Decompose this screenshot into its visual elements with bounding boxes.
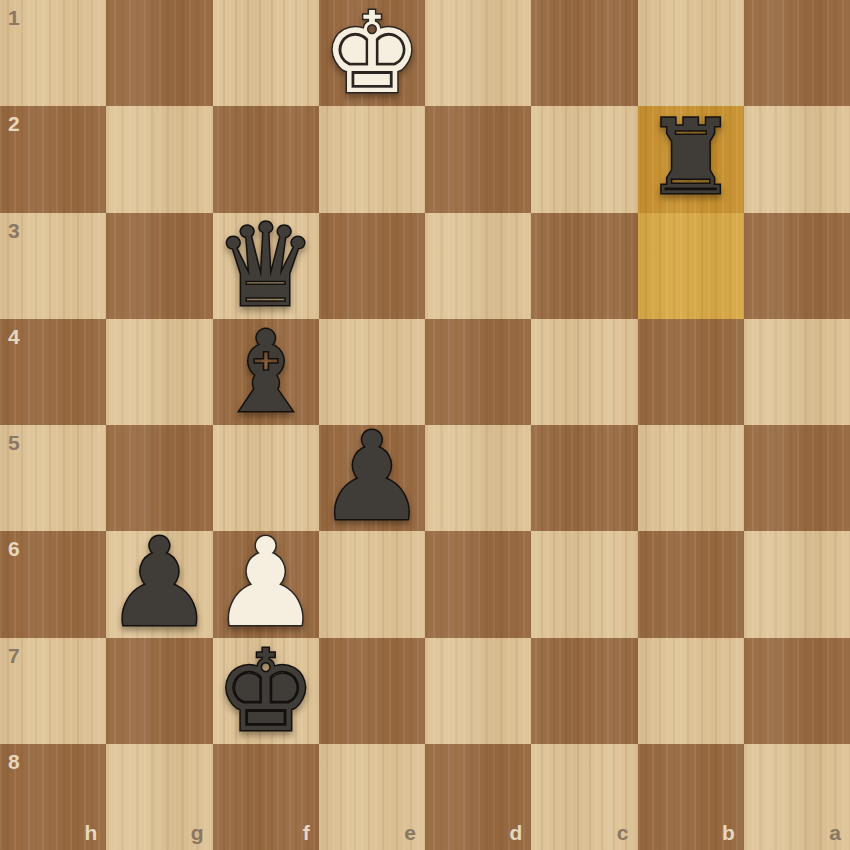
square-a7[interactable]: [744, 638, 850, 744]
square-b4[interactable]: [638, 319, 744, 425]
chess-board: 1♚2♜3♛4♝5♟6♟♟7♚8hgfedcba: [0, 0, 850, 850]
square-h2[interactable]: 2: [0, 106, 106, 212]
file-label-d: d: [509, 822, 522, 843]
square-b1[interactable]: [638, 0, 744, 106]
square-g8[interactable]: g: [106, 744, 212, 850]
square-b2[interactable]: ♜: [638, 106, 744, 212]
square-d3[interactable]: [425, 213, 531, 319]
square-d6[interactable]: [425, 531, 531, 637]
file-label-h: h: [84, 822, 97, 843]
square-c6[interactable]: [531, 531, 637, 637]
square-c4[interactable]: [531, 319, 637, 425]
square-g4[interactable]: [106, 319, 212, 425]
square-a1[interactable]: [744, 0, 850, 106]
rank-label-3: 3: [8, 220, 20, 241]
square-f1[interactable]: [213, 0, 319, 106]
square-h8[interactable]: 8h: [0, 744, 106, 850]
rank-label-1: 1: [8, 7, 20, 28]
file-label-c: c: [617, 822, 629, 843]
square-g6[interactable]: ♟: [106, 531, 212, 637]
file-label-e: e: [404, 822, 416, 843]
square-h6[interactable]: 6: [0, 531, 106, 637]
square-a6[interactable]: [744, 531, 850, 637]
square-g2[interactable]: [106, 106, 212, 212]
piece-black-queen-f3[interactable]: ♛: [213, 213, 319, 319]
square-h3[interactable]: 3: [0, 213, 106, 319]
rank-label-4: 4: [8, 326, 20, 347]
file-label-f: f: [303, 822, 310, 843]
square-f4[interactable]: ♝: [213, 319, 319, 425]
square-d7[interactable]: [425, 638, 531, 744]
square-d1[interactable]: [425, 0, 531, 106]
file-label-a: a: [829, 822, 841, 843]
square-c7[interactable]: [531, 638, 637, 744]
square-d4[interactable]: [425, 319, 531, 425]
square-g3[interactable]: [106, 213, 212, 319]
rank-label-2: 2: [8, 113, 20, 134]
square-a2[interactable]: [744, 106, 850, 212]
square-d5[interactable]: [425, 425, 531, 531]
square-h5[interactable]: 5: [0, 425, 106, 531]
square-b7[interactable]: [638, 638, 744, 744]
square-f2[interactable]: [213, 106, 319, 212]
square-g1[interactable]: [106, 0, 212, 106]
square-a8[interactable]: a: [744, 744, 850, 850]
square-f7[interactable]: ♚: [213, 638, 319, 744]
square-c5[interactable]: [531, 425, 637, 531]
rank-label-5: 5: [8, 432, 20, 453]
piece-black-king-f7[interactable]: ♚: [213, 638, 319, 744]
square-b5[interactable]: [638, 425, 744, 531]
square-c1[interactable]: [531, 0, 637, 106]
square-c3[interactable]: [531, 213, 637, 319]
square-e5[interactable]: ♟: [319, 425, 425, 531]
square-h4[interactable]: 4: [0, 319, 106, 425]
piece-black-pawn-e5[interactable]: ♟: [319, 425, 425, 531]
piece-black-bishop-f4[interactable]: ♝: [213, 319, 319, 425]
square-e2[interactable]: [319, 106, 425, 212]
square-b3[interactable]: [638, 213, 744, 319]
square-d2[interactable]: [425, 106, 531, 212]
square-h7[interactable]: 7: [0, 638, 106, 744]
file-label-b: b: [722, 822, 735, 843]
rank-label-8: 8: [8, 751, 20, 772]
chess-app: 1♚2♜3♛4♝5♟6♟♟7♚8hgfedcba: [0, 0, 850, 850]
square-f3[interactable]: ♛: [213, 213, 319, 319]
piece-black-pawn-g6[interactable]: ♟: [106, 531, 212, 637]
square-d8[interactable]: d: [425, 744, 531, 850]
square-a5[interactable]: [744, 425, 850, 531]
square-e7[interactable]: [319, 638, 425, 744]
square-c8[interactable]: c: [531, 744, 637, 850]
piece-black-rook-b2[interactable]: ♜: [638, 106, 744, 212]
square-b8[interactable]: b: [638, 744, 744, 850]
square-f8[interactable]: f: [213, 744, 319, 850]
square-h1[interactable]: 1: [0, 0, 106, 106]
rank-label-6: 6: [8, 538, 20, 559]
square-a4[interactable]: [744, 319, 850, 425]
square-f6[interactable]: ♟: [213, 531, 319, 637]
square-e1[interactable]: ♚: [319, 0, 425, 106]
square-e8[interactable]: e: [319, 744, 425, 850]
square-b6[interactable]: [638, 531, 744, 637]
square-c2[interactable]: [531, 106, 637, 212]
piece-white-pawn-f6[interactable]: ♟: [213, 531, 319, 637]
file-label-g: g: [191, 822, 204, 843]
rank-label-7: 7: [8, 645, 20, 666]
piece-white-king-e1[interactable]: ♚: [319, 0, 425, 106]
square-e3[interactable]: [319, 213, 425, 319]
square-a3[interactable]: [744, 213, 850, 319]
